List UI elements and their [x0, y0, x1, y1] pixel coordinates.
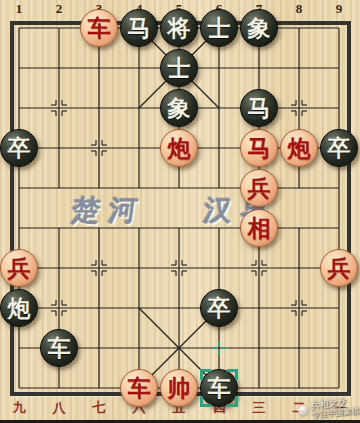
board-point-file2-rank9[interactable]: [39, 368, 79, 408]
board-point-file2-rank4[interactable]: [39, 168, 79, 208]
board-point-file4-rank2[interactable]: [119, 88, 159, 128]
board-point-file7-rank8[interactable]: [239, 328, 279, 368]
black-chariot[interactable]: 车: [40, 329, 78, 367]
board-point-file1-rank4[interactable]: [0, 168, 39, 208]
board-point-file8-rank4[interactable]: [279, 168, 319, 208]
board-point-file4-rank3[interactable]: [119, 128, 159, 168]
board-point-file8-rank0[interactable]: [279, 8, 319, 48]
board-point-file3-rank4[interactable]: [79, 168, 119, 208]
board-point-file8-rank6[interactable]: [279, 248, 319, 288]
board-point-file5-rank8[interactable]: [159, 328, 199, 368]
board-point-file4-rank0[interactable]: 马: [119, 8, 159, 48]
board-point-file6-rank5[interactable]: [199, 208, 239, 248]
board-point-file3-rank2[interactable]: [79, 88, 119, 128]
black-elephant[interactable]: 象: [240, 9, 278, 47]
board-point-file9-rank8[interactable]: [319, 328, 359, 368]
board-point-file7-rank3[interactable]: 马: [239, 128, 279, 168]
board-point-file8-rank1[interactable]: [279, 48, 319, 88]
board-point-file2-rank6[interactable]: [39, 248, 79, 288]
board-point-file5-rank3[interactable]: 炮: [159, 128, 199, 168]
board-point-file5-rank0[interactable]: 将: [159, 8, 199, 48]
board-point-file6-rank4[interactable]: [199, 168, 239, 208]
black-soldier[interactable]: 卒: [320, 129, 358, 167]
xiangqi-board[interactable]: 车马将士象士象马卒炮马炮卒兵相兵兵炮卒车车帅车: [0, 8, 359, 408]
board-point-file9-rank6[interactable]: 兵: [319, 248, 359, 288]
board-point-file5-rank5[interactable]: [159, 208, 199, 248]
board-point-file8-rank8[interactable]: [279, 328, 319, 368]
board-point-file3-rank1[interactable]: [79, 48, 119, 88]
board-point-file1-rank1[interactable]: [0, 48, 39, 88]
board-point-file7-rank1[interactable]: [239, 48, 279, 88]
board-point-file5-rank6[interactable]: [159, 248, 199, 288]
board-point-file6-rank8[interactable]: [199, 328, 239, 368]
board-point-file8-rank5[interactable]: [279, 208, 319, 248]
board-point-file1-rank7[interactable]: 炮: [0, 288, 39, 328]
board-point-file9-rank7[interactable]: [319, 288, 359, 328]
red-chariot[interactable]: 车: [120, 369, 158, 407]
black-advisor[interactable]: 士: [160, 49, 198, 87]
last-move-from-marker: [212, 341, 226, 355]
board-point-file4-rank9[interactable]: 车: [119, 368, 159, 408]
board-point-file8-rank2[interactable]: [279, 88, 319, 128]
board-point-file5-rank9[interactable]: 帅: [159, 368, 199, 408]
board-point-file2-rank7[interactable]: [39, 288, 79, 328]
red-elephant[interactable]: 相: [240, 209, 278, 247]
board-point-file3-rank0[interactable]: 车: [79, 8, 119, 48]
board-point-file9-rank3[interactable]: 卒: [319, 128, 359, 168]
board-point-file4-rank1[interactable]: [119, 48, 159, 88]
board-point-file3-rank6[interactable]: [79, 248, 119, 288]
red-horse[interactable]: 马: [240, 129, 278, 167]
xiangqi-app-window: 123456789 楚河 汉界 车马将士象士象马卒炮马炮卒兵相兵兵炮卒车车帅车 …: [0, 0, 360, 423]
board-point-file9-rank1[interactable]: [319, 48, 359, 88]
board-point-file8-rank7[interactable]: [279, 288, 319, 328]
board-point-file6-rank7[interactable]: 卒: [199, 288, 239, 328]
board-point-file2-rank3[interactable]: [39, 128, 79, 168]
black-advisor[interactable]: 士: [200, 9, 238, 47]
board-point-file1-rank8[interactable]: [0, 328, 39, 368]
board-point-file7-rank6[interactable]: [239, 248, 279, 288]
black-soldier[interactable]: 卒: [0, 129, 38, 167]
board-point-file3-rank3[interactable]: [79, 128, 119, 168]
black-elephant[interactable]: 象: [160, 89, 198, 127]
board-point-file6-rank2[interactable]: [199, 88, 239, 128]
board-point-file4-rank4[interactable]: [119, 168, 159, 208]
board-point-file7-rank5[interactable]: 相: [239, 208, 279, 248]
board-point-file6-rank3[interactable]: [199, 128, 239, 168]
watermark-logo-icon: [298, 405, 310, 417]
board-point-file3-rank8[interactable]: [79, 328, 119, 368]
board-point-file2-rank8[interactable]: 车: [39, 328, 79, 368]
board-point-file3-rank5[interactable]: [79, 208, 119, 248]
board-point-file4-rank7[interactable]: [119, 288, 159, 328]
board-point-file1-rank0[interactable]: [0, 8, 39, 48]
board-point-file6-rank0[interactable]: 士: [199, 8, 239, 48]
black-horse[interactable]: 马: [240, 89, 278, 127]
board-point-file6-rank1[interactable]: [199, 48, 239, 88]
board-point-file4-rank5[interactable]: [119, 208, 159, 248]
red-cannon[interactable]: 炮: [280, 129, 318, 167]
board-point-file1-rank2[interactable]: [0, 88, 39, 128]
board-point-file7-rank4[interactable]: 兵: [239, 168, 279, 208]
board-point-file4-rank8[interactable]: [119, 328, 159, 368]
black-soldier[interactable]: 卒: [200, 289, 238, 327]
board-point-file9-rank0[interactable]: [319, 8, 359, 48]
red-soldier[interactable]: 兵: [320, 249, 358, 287]
red-chariot[interactable]: 车: [80, 9, 118, 47]
board-point-file6-rank6[interactable]: [199, 248, 239, 288]
board-point-file2-rank0[interactable]: [39, 8, 79, 48]
red-cannon[interactable]: 炮: [160, 129, 198, 167]
board-point-file7-rank0[interactable]: 象: [239, 8, 279, 48]
board-point-file7-rank9[interactable]: [239, 368, 279, 408]
board-point-file8-rank3[interactable]: 炮: [279, 128, 319, 168]
board-point-file1-rank5[interactable]: [0, 208, 39, 248]
black-horse[interactable]: 马: [120, 9, 158, 47]
red-general[interactable]: 帅: [160, 369, 198, 407]
board-point-file6-rank9[interactable]: 车: [199, 368, 239, 408]
board-point-file7-rank2[interactable]: 马: [239, 88, 279, 128]
red-soldier[interactable]: 兵: [0, 249, 38, 287]
board-point-file2-rank1[interactable]: [39, 48, 79, 88]
board-point-file3-rank9[interactable]: [79, 368, 119, 408]
board-point-file1-rank3[interactable]: 卒: [0, 128, 39, 168]
board-point-file5-rank2[interactable]: 象: [159, 88, 199, 128]
board-point-file7-rank7[interactable]: [239, 288, 279, 328]
board-point-file9-rank2[interactable]: [319, 88, 359, 128]
black-chariot[interactable]: 车: [200, 369, 238, 407]
board-point-file1-rank6[interactable]: 兵: [0, 248, 39, 288]
board-point-file2-rank5[interactable]: [39, 208, 79, 248]
black-cannon[interactable]: 炮: [0, 289, 38, 327]
board-point-file9-rank4[interactable]: [319, 168, 359, 208]
black-general[interactable]: 将: [160, 9, 198, 47]
board-point-file5-rank4[interactable]: [159, 168, 199, 208]
board-point-file1-rank9[interactable]: [0, 368, 39, 408]
red-soldier[interactable]: 兵: [240, 169, 278, 207]
board-point-file5-rank1[interactable]: 士: [159, 48, 199, 88]
board-point-file4-rank6[interactable]: [119, 248, 159, 288]
board-point-file3-rank7[interactable]: [79, 288, 119, 328]
board-point-file2-rank2[interactable]: [39, 88, 79, 128]
board-point-file9-rank5[interactable]: [319, 208, 359, 248]
board-point-file5-rank7[interactable]: [159, 288, 199, 328]
